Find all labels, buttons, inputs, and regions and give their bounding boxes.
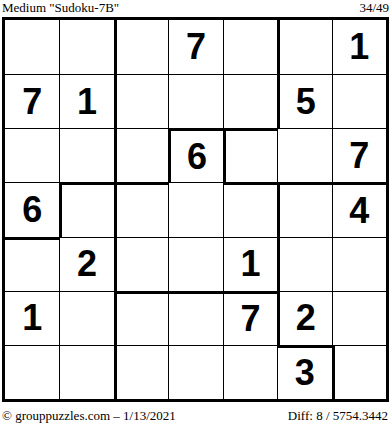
cell-r2c3[interactable]: [114, 74, 168, 128]
cell-r3c6[interactable]: [277, 128, 331, 182]
cell-r3c3[interactable]: [114, 128, 168, 182]
cell-r2c2: 1: [59, 74, 113, 128]
cell-r5c3[interactable]: [114, 237, 168, 291]
cell-r3c1[interactable]: [5, 128, 59, 182]
difficulty-text: Diff: 8 / 5754.3442: [288, 409, 388, 423]
cell-r5c7[interactable]: [332, 237, 386, 291]
cell-r4c4[interactable]: [168, 182, 222, 236]
cell-r3c2[interactable]: [59, 128, 113, 182]
cell-r7c3[interactable]: [114, 345, 168, 399]
sudoku-board: 717156764211723: [2, 17, 389, 402]
cell-r3c4: 6: [168, 128, 222, 182]
copyright-text: © grouppuzzles.com – 1/13/2021: [2, 409, 176, 423]
cell-r4c6[interactable]: [277, 182, 331, 236]
cell-r1c7: 1: [332, 20, 386, 74]
cell-r7c4[interactable]: [168, 345, 222, 399]
cell-r7c1[interactable]: [5, 345, 59, 399]
cell-r4c3[interactable]: [114, 182, 168, 236]
cell-r1c3[interactable]: [114, 20, 168, 74]
puzzle-counter: 34/49: [359, 1, 389, 15]
cell-r1c6[interactable]: [277, 20, 331, 74]
cell-r7c7[interactable]: [332, 345, 386, 399]
cell-r5c1[interactable]: [5, 237, 59, 291]
cell-r6c2[interactable]: [59, 291, 113, 345]
page-footer: © grouppuzzles.com – 1/13/2021 Diff: 8 /…: [0, 407, 391, 423]
cell-r2c4[interactable]: [168, 74, 222, 128]
cell-r1c2[interactable]: [59, 20, 113, 74]
cell-r1c5[interactable]: [223, 20, 277, 74]
cell-r5c2: 2: [59, 237, 113, 291]
cell-r6c4[interactable]: [168, 291, 222, 345]
cell-r2c5[interactable]: [223, 74, 277, 128]
cell-r6c5: 7: [223, 291, 277, 345]
cell-r7c5[interactable]: [223, 345, 277, 399]
page-header: Medium "Sudoku-7B" 34/49: [0, 0, 391, 16]
cell-r6c3[interactable]: [114, 291, 168, 345]
cell-r6c1: 1: [5, 291, 59, 345]
cell-r1c1[interactable]: [5, 20, 59, 74]
cell-r2c7[interactable]: [332, 74, 386, 128]
cell-r7c2[interactable]: [59, 345, 113, 399]
cell-r3c5[interactable]: [223, 128, 277, 182]
cell-r4c7: 4: [332, 182, 386, 236]
cell-r1c4: 7: [168, 20, 222, 74]
cell-r2c6: 5: [277, 74, 331, 128]
cell-r7c6: 3: [277, 345, 331, 399]
cell-r4c5[interactable]: [223, 182, 277, 236]
cell-r3c7: 7: [332, 128, 386, 182]
cell-r5c6[interactable]: [277, 237, 331, 291]
cell-r2c1: 7: [5, 74, 59, 128]
cell-r6c6: 2: [277, 291, 331, 345]
cell-r4c1: 6: [5, 182, 59, 236]
cell-r4c2[interactable]: [59, 182, 113, 236]
cell-r6c7[interactable]: [332, 291, 386, 345]
puzzle-title: Medium "Sudoku-7B": [2, 1, 119, 15]
cell-r5c5: 1: [223, 237, 277, 291]
cell-r5c4[interactable]: [168, 237, 222, 291]
